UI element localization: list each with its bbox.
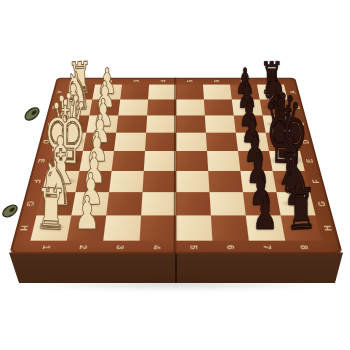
rank-label-top-3: 3	[122, 77, 149, 84]
square-a4[interactable]	[148, 84, 176, 99]
square-f3[interactable]	[109, 170, 144, 191]
rank-label-bottom-6: 6	[212, 240, 250, 253]
square-f4[interactable]	[143, 170, 176, 191]
rank-label-top-6: 6	[203, 77, 230, 84]
square-g6[interactable]	[209, 192, 245, 215]
square-b5[interactable]	[176, 99, 205, 115]
black-rook-h8[interactable]: ♜	[284, 181, 317, 239]
square-e5[interactable]	[176, 151, 208, 171]
square-c5[interactable]	[176, 115, 206, 132]
square-c3[interactable]	[116, 115, 147, 132]
square-e4[interactable]	[144, 151, 176, 171]
rank-label-top-4: 4	[149, 77, 176, 84]
square-a3[interactable]	[120, 84, 149, 99]
rank-label-top-5: 5	[176, 77, 203, 84]
square-e6[interactable]	[207, 151, 240, 171]
square-c6[interactable]	[205, 115, 236, 132]
square-b6[interactable]	[204, 99, 234, 115]
product-photo-stage: ABCDEFGHABCDEFGH1234567812345678 ♜♟♟♜♞♟♟…	[0, 0, 350, 350]
square-d3[interactable]	[114, 132, 146, 150]
square-h5[interactable]	[176, 215, 212, 240]
square-h3[interactable]	[103, 215, 141, 240]
white-pawn-h2[interactable]: ♟	[74, 190, 100, 236]
board-fold-seam	[174, 77, 177, 253]
square-d6[interactable]	[206, 132, 238, 150]
square-h6[interactable]	[211, 215, 249, 240]
square-g5[interactable]	[176, 192, 211, 215]
square-f6[interactable]	[208, 170, 243, 191]
square-h4[interactable]	[140, 215, 176, 240]
square-e3[interactable]	[112, 151, 145, 171]
rank-label-bottom-3: 3	[102, 240, 140, 253]
rank-label-bottom-2: 2	[64, 240, 103, 253]
square-a5[interactable]	[176, 84, 204, 99]
square-c4[interactable]	[146, 115, 176, 132]
square-b4[interactable]	[147, 99, 176, 115]
white-rook-h1[interactable]: ♜	[35, 181, 68, 239]
rank-label-bottom-4: 4	[139, 240, 176, 253]
rank-label-bottom-7: 7	[249, 240, 288, 253]
black-pawn-h7[interactable]: ♟	[252, 190, 278, 236]
floor-shadow	[22, 278, 330, 291]
square-g4[interactable]	[141, 192, 176, 215]
square-b3[interactable]	[118, 99, 148, 115]
rank-label-bottom-5: 5	[176, 240, 213, 253]
square-d5[interactable]	[176, 132, 207, 150]
square-a6[interactable]	[203, 84, 232, 99]
square-g3[interactable]	[106, 192, 142, 215]
square-f5[interactable]	[176, 170, 209, 191]
square-d4[interactable]	[145, 132, 176, 150]
